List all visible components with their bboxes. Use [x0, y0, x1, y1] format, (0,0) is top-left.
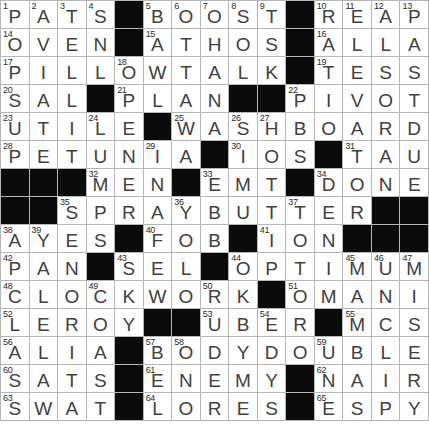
cell-letter: U [1, 113, 29, 140]
cell-r1c10[interactable]: 9T [258, 1, 286, 28]
cell-r9c3[interactable]: E [58, 225, 86, 252]
cell-r1c14[interactable]: 12A [372, 1, 400, 28]
cell-letter: E [144, 253, 172, 280]
cell-r14c8[interactable]: E [201, 365, 229, 392]
cell-r13c15[interactable]: E [400, 337, 428, 364]
cell-letter: L [229, 57, 257, 84]
cell-r10c5[interactable]: 43S [115, 253, 143, 280]
cell-r12c5[interactable]: Y [115, 309, 143, 336]
cell-r5c3[interactable]: I [58, 113, 86, 140]
cell-letter: Y [229, 337, 257, 364]
cell-r1c13[interactable]: 11E [343, 1, 371, 28]
cell-r4c12[interactable]: I [315, 85, 343, 112]
cell-r10c8 [201, 253, 229, 280]
cell-r11c13[interactable]: A [343, 281, 371, 308]
cell-r12c4[interactable]: O [87, 309, 115, 336]
cell-r15c4[interactable]: T [87, 393, 115, 420]
cell-r6c4[interactable]: U [87, 141, 115, 168]
cell-letter: L [1, 309, 29, 336]
cell-r2c2[interactable]: V [30, 29, 58, 56]
cell-letter: N [115, 141, 143, 168]
cell-r3c9[interactable]: L [229, 57, 257, 84]
cell-letter: A [372, 1, 400, 28]
cell-r7c8[interactable]: 33E [201, 169, 229, 196]
cell-r5c13[interactable]: A [343, 113, 371, 140]
cell-r13c14[interactable]: L [372, 337, 400, 364]
cell-r6c11[interactable]: S [286, 141, 314, 168]
cell-r14c10[interactable]: Y [258, 365, 286, 392]
cell-r11c8[interactable]: 50R [201, 281, 229, 308]
cell-r8c13[interactable]: R [343, 197, 371, 224]
cell-r2c13[interactable]: L [343, 29, 371, 56]
cell-r1c8[interactable]: 7O [201, 1, 229, 28]
cell-letter: N [201, 85, 229, 112]
cell-r1c4[interactable]: 4S [87, 1, 115, 28]
cell-r15c2[interactable]: W [30, 393, 58, 420]
cell-r9c2[interactable]: 39Y [30, 225, 58, 252]
cell-r4c2[interactable]: A [30, 85, 58, 112]
cell-r9c7[interactable]: O [172, 225, 200, 252]
cell-r3c8[interactable]: A [201, 57, 229, 84]
cell-r6c3[interactable]: T [58, 141, 86, 168]
cell-letter: P [1, 141, 29, 168]
cell-r13c3[interactable]: I [58, 337, 86, 364]
cell-r7c15[interactable]: E [400, 169, 428, 196]
cell-r13c8[interactable]: D [201, 337, 229, 364]
cell-letter: Y [115, 309, 143, 336]
cell-r10c11[interactable]: T [286, 253, 314, 280]
cell-letter: E [229, 393, 257, 420]
cell-r14c11 [286, 365, 314, 392]
cell-r5c6 [144, 113, 172, 140]
cell-letter: R [400, 365, 428, 392]
cell-letter: P [1, 1, 29, 28]
cell-r3c7[interactable]: T [172, 57, 200, 84]
cell-letter: L [58, 57, 86, 84]
cell-r11c14[interactable]: N [372, 281, 400, 308]
cell-r15c15[interactable]: Y [400, 393, 428, 420]
cell-letter: N [172, 365, 200, 392]
cell-letter: B [229, 309, 257, 336]
cell-r8c5[interactable]: R [115, 197, 143, 224]
cell-r5c15[interactable]: D [400, 113, 428, 140]
cell-r5c12[interactable]: O [315, 113, 343, 140]
cell-letter: O [229, 29, 257, 56]
cell-r10c15[interactable]: 47M [400, 253, 428, 280]
cell-r5c4[interactable]: 24L [87, 113, 115, 140]
cell-letter: M [343, 253, 371, 280]
cell-r4c3[interactable]: L [58, 85, 86, 112]
cell-letter: D [258, 337, 286, 364]
cell-letter: A [343, 281, 371, 308]
cell-r2c8[interactable]: H [201, 29, 229, 56]
cell-r11c3[interactable]: O [58, 281, 86, 308]
cell-letter: A [201, 113, 229, 140]
cell-r10c6[interactable]: E [144, 253, 172, 280]
cell-r4c15[interactable]: T [400, 85, 428, 112]
cell-letter: E [315, 197, 343, 224]
cell-r6c9[interactable]: 30I [229, 141, 257, 168]
cell-letter: N [315, 365, 343, 392]
cell-letter: F [144, 225, 172, 252]
cell-letter: L [372, 29, 400, 56]
cell-r2c15[interactable]: A [400, 29, 428, 56]
cell-letter: N [372, 169, 400, 196]
cell-r6c14[interactable]: A [372, 141, 400, 168]
cell-r5c1[interactable]: 23U [1, 113, 29, 140]
cell-r9c6[interactable]: 40F [144, 225, 172, 252]
cell-r3c4[interactable]: L [87, 57, 115, 84]
cell-r3c5[interactable]: 18O [115, 57, 143, 84]
cell-letter: I [58, 113, 86, 140]
cell-letter: S [1, 365, 29, 392]
cell-letter: E [144, 365, 172, 392]
cell-r9c5 [115, 225, 143, 252]
cell-letter: B [201, 197, 229, 224]
cell-r11c4[interactable]: 49C [87, 281, 115, 308]
cell-r8c14 [372, 197, 400, 224]
cell-r13c6[interactable]: 57B [144, 337, 172, 364]
cell-r3c14[interactable]: S [372, 57, 400, 84]
cell-letter: Y [172, 197, 200, 224]
cell-letter: U [87, 141, 115, 168]
cell-letter: A [1, 337, 29, 364]
cell-r1c3[interactable]: 3T [58, 1, 86, 28]
cell-r10c1[interactable]: 42P [1, 253, 29, 280]
cell-r2c7[interactable]: T [172, 29, 200, 56]
cell-r12c3[interactable]: R [58, 309, 86, 336]
cell-letter: I [400, 281, 428, 308]
cell-r8c7[interactable]: 36Y [172, 197, 200, 224]
cell-letter: R [115, 197, 143, 224]
cell-r4c14[interactable]: O [372, 85, 400, 112]
cell-letter: E [30, 309, 58, 336]
cell-r6c13[interactable]: 31T [343, 141, 371, 168]
cell-letter: T [30, 113, 58, 140]
cell-letter: B [144, 337, 172, 364]
cell-r2c6[interactable]: 15A [144, 29, 172, 56]
cell-letter: L [58, 85, 86, 112]
cell-letter: Y [30, 225, 58, 252]
cell-r3c10[interactable]: K [258, 57, 286, 84]
cell-letter: M [229, 169, 257, 196]
cell-r3c3[interactable]: L [58, 57, 86, 84]
cell-r15c10[interactable]: S [258, 393, 286, 420]
cell-letter: O [258, 141, 286, 168]
cell-r12c9[interactable]: B [229, 309, 257, 336]
cell-r14c15[interactable]: R [400, 365, 428, 392]
cell-letter: O [343, 169, 371, 196]
cell-r6c6[interactable]: 29I [144, 141, 172, 168]
cell-r14c9[interactable]: M [229, 365, 257, 392]
cell-r13c4[interactable]: A [87, 337, 115, 364]
cell-r15c12[interactable]: 65E [315, 393, 343, 420]
cell-letter: O [286, 225, 314, 252]
cell-r9c1[interactable]: 38A [1, 225, 29, 252]
cell-r9c13 [343, 225, 371, 252]
cell-r11c11[interactable]: 51O [286, 281, 314, 308]
cell-r3c15[interactable]: S [400, 57, 428, 84]
cell-r8c3[interactable]: 35S [58, 197, 86, 224]
cell-r4c8[interactable]: N [201, 85, 229, 112]
cell-r12c7 [172, 309, 200, 336]
cell-r10c13[interactable]: 45M [343, 253, 371, 280]
cell-r10c7[interactable]: L [172, 253, 200, 280]
cell-r2c4[interactable]: N [87, 29, 115, 56]
cell-letter: I [372, 365, 400, 392]
cell-r5c14[interactable]: R [372, 113, 400, 140]
cell-letter: A [201, 57, 229, 84]
cell-r4c5[interactable]: 21P [115, 85, 143, 112]
cell-r15c14[interactable]: P [372, 393, 400, 420]
cell-r12c14[interactable]: C [372, 309, 400, 336]
cell-r3c1[interactable]: 17P [1, 57, 29, 84]
cell-r8c9[interactable]: U [229, 197, 257, 224]
cell-letter: O [115, 57, 143, 84]
cell-r10c4 [87, 253, 115, 280]
cell-r10c9[interactable]: 44O [229, 253, 257, 280]
cell-r8c4[interactable]: P [87, 197, 115, 224]
cell-r13c7[interactable]: 58O [172, 337, 200, 364]
cell-r14c2[interactable]: A [30, 365, 58, 392]
cell-letter: U [201, 309, 229, 336]
cell-r14c7[interactable]: N [172, 365, 200, 392]
cell-r3c6[interactable]: W [144, 57, 172, 84]
cell-r11c1[interactable]: 48C [1, 281, 29, 308]
cell-letter: A [172, 141, 200, 168]
cell-letter: U [400, 141, 428, 168]
cell-r7c3 [58, 169, 86, 196]
cell-letter: P [400, 1, 428, 28]
cell-letter: E [400, 169, 428, 196]
cell-letter: E [343, 1, 371, 28]
cell-r12c2[interactable]: E [30, 309, 58, 336]
cell-r15c1[interactable]: 63S [1, 393, 29, 420]
cell-r11c6[interactable]: W [144, 281, 172, 308]
cell-r8c10[interactable]: T [258, 197, 286, 224]
cell-r13c13[interactable]: B [343, 337, 371, 364]
cell-letter: T [172, 57, 200, 84]
cell-r7c6[interactable]: N [144, 169, 172, 196]
cell-r6c2[interactable]: E [30, 141, 58, 168]
cell-r8c11[interactable]: 37T [286, 197, 314, 224]
cell-letter: H [201, 29, 229, 56]
cell-r12c15[interactable]: S [400, 309, 428, 336]
cell-r5c8[interactable]: A [201, 113, 229, 140]
cell-letter: Y [258, 365, 286, 392]
cell-r14c1[interactable]: 60S [1, 365, 29, 392]
cell-r3c2[interactable]: I [30, 57, 58, 84]
cell-letter: S [1, 393, 29, 420]
cell-r7c14[interactable]: N [372, 169, 400, 196]
cell-r7c5[interactable]: E [115, 169, 143, 196]
cell-letter: N [372, 281, 400, 308]
cell-r7c10[interactable]: T [258, 169, 286, 196]
cell-r13c11[interactable]: O [286, 337, 314, 364]
cell-letter: P [115, 85, 143, 112]
cell-letter: M [229, 365, 257, 392]
cell-r10c12[interactable]: I [315, 253, 343, 280]
cell-r11c12[interactable]: M [315, 281, 343, 308]
cell-letter: R [58, 309, 86, 336]
cell-r15c5 [115, 393, 143, 420]
cell-letter: U [372, 253, 400, 280]
cell-r5c2[interactable]: T [30, 113, 58, 140]
cell-r15c6[interactable]: 64L [144, 393, 172, 420]
cell-letter: U [229, 197, 257, 224]
cell-r11c2[interactable]: L [30, 281, 58, 308]
cell-r8c8[interactable]: B [201, 197, 229, 224]
cell-r15c9[interactable]: E [229, 393, 257, 420]
cell-r2c10[interactable]: S [258, 29, 286, 56]
cell-letter: A [87, 337, 115, 364]
cell-r5c9[interactable]: 26S [229, 113, 257, 140]
cell-letter: I [315, 85, 343, 112]
cell-letter: E [400, 337, 428, 364]
cell-r2c3[interactable]: E [58, 29, 86, 56]
cell-r9c4[interactable]: S [87, 225, 115, 252]
cell-r10c10[interactable]: P [258, 253, 286, 280]
cell-letter: T [58, 365, 86, 392]
cell-r6c5[interactable]: N [115, 141, 143, 168]
cell-r2c14[interactable]: L [372, 29, 400, 56]
cell-r14c4[interactable]: S [87, 365, 115, 392]
cell-r12c1[interactable]: 52L [1, 309, 29, 336]
cell-letter: S [115, 253, 143, 280]
cell-r11c5[interactable]: K [115, 281, 143, 308]
cell-letter: S [258, 29, 286, 56]
cell-r15c11 [286, 393, 314, 420]
cell-r12c13[interactable]: 55M [343, 309, 371, 336]
cell-r4c1[interactable]: 20S [1, 85, 29, 112]
cell-r1c12[interactable]: 10R [315, 1, 343, 28]
cell-r6c1[interactable]: 28P [1, 141, 29, 168]
cell-r13c9[interactable]: Y [229, 337, 257, 364]
cell-letter: C [87, 281, 115, 308]
cell-r4c13[interactable]: V [343, 85, 371, 112]
cell-letter: A [343, 113, 371, 140]
cell-r8c12[interactable]: E [315, 197, 343, 224]
cell-r14c13[interactable]: A [343, 365, 371, 392]
cell-r7c13[interactable]: O [343, 169, 371, 196]
cell-r13c10[interactable]: D [258, 337, 286, 364]
cell-r7c1 [1, 169, 29, 196]
cell-r6c12 [315, 141, 343, 168]
cell-r9c10[interactable]: 41I [258, 225, 286, 252]
cell-r13c12[interactable]: 59U [315, 337, 343, 364]
cell-letter: I [144, 141, 172, 168]
cell-r11c9[interactable]: K [229, 281, 257, 308]
cell-r14c12[interactable]: 62N [315, 365, 343, 392]
cell-r1c7[interactable]: 6O [172, 1, 200, 28]
cell-letter: A [30, 1, 58, 28]
cell-letter: P [1, 57, 29, 84]
cell-r7c12[interactable]: 34D [315, 169, 343, 196]
cell-r2c9[interactable]: O [229, 29, 257, 56]
cell-letter: S [343, 393, 371, 420]
cell-r15c3[interactable]: A [58, 393, 86, 420]
cell-letter: R [343, 197, 371, 224]
cell-letter: P [286, 85, 314, 112]
cell-r12c10[interactable]: 54E [258, 309, 286, 336]
cell-r5c5[interactable]: E [115, 113, 143, 140]
cell-r9c11[interactable]: O [286, 225, 314, 252]
cell-r4c6[interactable]: L [144, 85, 172, 112]
cell-r1c2[interactable]: 2A [30, 1, 58, 28]
cell-r8c2 [30, 197, 58, 224]
cell-r10c2[interactable]: A [30, 253, 58, 280]
cell-r10c3[interactable]: N [58, 253, 86, 280]
cell-r14c6[interactable]: 61E [144, 365, 172, 392]
cell-r4c7[interactable]: A [172, 85, 200, 112]
cell-letter: L [30, 281, 58, 308]
cell-r12c11[interactable]: R [286, 309, 314, 336]
cell-r15c7[interactable]: O [172, 393, 200, 420]
cell-r1c15[interactable]: 13P [400, 1, 428, 28]
cell-r10c14[interactable]: 46U [372, 253, 400, 280]
cell-r5c7[interactable]: 25W [172, 113, 200, 140]
cell-letter: S [87, 365, 115, 392]
cell-r6c10[interactable]: O [258, 141, 286, 168]
cell-letter: R [372, 113, 400, 140]
cell-r7c9[interactable]: M [229, 169, 257, 196]
cell-letter: C [372, 309, 400, 336]
cell-letter: A [30, 85, 58, 112]
cell-r13c2[interactable]: L [30, 337, 58, 364]
cell-r2c12[interactable]: 16A [315, 29, 343, 56]
cell-r15c8[interactable]: R [201, 393, 229, 420]
cell-letter: E [30, 141, 58, 168]
cell-r6c7[interactable]: A [172, 141, 200, 168]
cell-r1c6[interactable]: 5B [144, 1, 172, 28]
cell-letter: L [343, 29, 371, 56]
cell-letter: E [58, 225, 86, 252]
cell-r2c1[interactable]: 14O [1, 29, 29, 56]
cell-letter: S [229, 113, 257, 140]
cell-letter: O [172, 225, 200, 252]
cell-letter: O [286, 337, 314, 364]
cell-r11c15[interactable]: I [400, 281, 428, 308]
cell-r14c3[interactable]: T [58, 365, 86, 392]
cell-r4c11[interactable]: 22P [286, 85, 314, 112]
cell-r9c12[interactable]: N [315, 225, 343, 252]
cell-r6c15[interactable]: U [400, 141, 428, 168]
cell-r1c1[interactable]: 1P [1, 1, 29, 28]
cell-letter: L [87, 113, 115, 140]
cell-letter: S [258, 393, 286, 420]
cell-r4c9 [229, 85, 257, 112]
cell-letter: I [315, 253, 343, 280]
cell-r3c13[interactable]: E [343, 57, 371, 84]
cell-r12c8[interactable]: 53U [201, 309, 229, 336]
cell-letter: E [258, 309, 286, 336]
cell-r3c12[interactable]: 19T [315, 57, 343, 84]
cell-r13c1[interactable]: 56A [1, 337, 29, 364]
cell-r1c9[interactable]: 8S [229, 1, 257, 28]
cell-r5c11[interactable]: B [286, 113, 314, 140]
cell-letter: A [400, 29, 428, 56]
cell-letter: E [343, 57, 371, 84]
cell-letter: V [30, 29, 58, 56]
cell-r8c6[interactable]: A [144, 197, 172, 224]
cell-r9c8[interactable]: B [201, 225, 229, 252]
cell-r14c14[interactable]: I [372, 365, 400, 392]
cell-r5c10[interactable]: 27H [258, 113, 286, 140]
cell-letter: L [144, 85, 172, 112]
cell-r15c13[interactable]: S [343, 393, 371, 420]
cell-r7c4[interactable]: 32M [87, 169, 115, 196]
cell-r11c7[interactable]: O [172, 281, 200, 308]
